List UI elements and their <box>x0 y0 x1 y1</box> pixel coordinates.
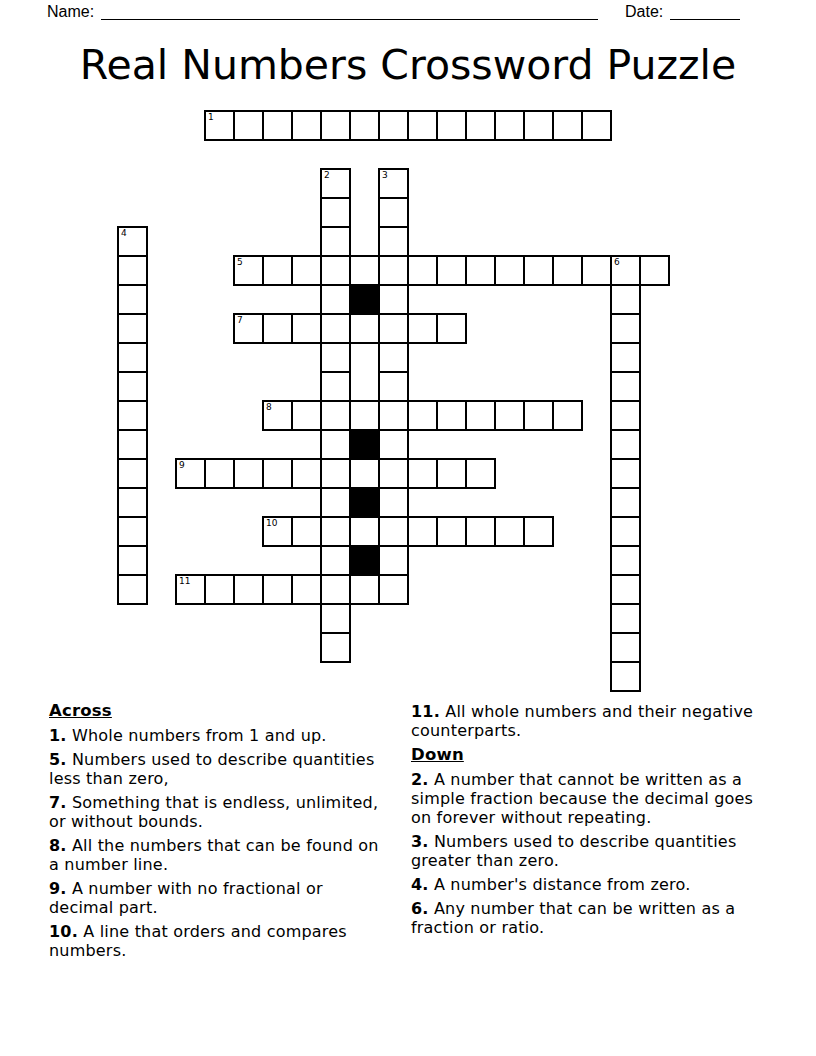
grid-cell[interactable] <box>117 458 148 489</box>
clue-across-9: 9. A number with no fractional or decima… <box>49 879 387 917</box>
grid-cell[interactable] <box>610 284 641 315</box>
grid-cell[interactable] <box>378 313 409 344</box>
grid-cell[interactable] <box>117 574 148 605</box>
grid-cell[interactable] <box>378 110 409 141</box>
grid-cell[interactable] <box>117 342 148 373</box>
clue-number: 6 <box>614 257 620 268</box>
grid-cell[interactable] <box>610 574 641 605</box>
grid-cell[interactable] <box>610 400 641 431</box>
grid-cell[interactable] <box>436 313 467 344</box>
grid-cell[interactable] <box>552 110 583 141</box>
grid-cell[interactable] <box>378 429 409 460</box>
grid-cell[interactable] <box>639 255 670 286</box>
grid-cell[interactable] <box>378 545 409 576</box>
date-label: Date: <box>625 2 663 22</box>
grid-cell[interactable]: 5 <box>233 255 264 286</box>
grid-cell[interactable] <box>378 487 409 518</box>
clue-number: 10 <box>266 518 277 529</box>
grid-cell[interactable] <box>378 197 409 228</box>
grid-cell[interactable] <box>407 458 438 489</box>
clue-down-3: 3. Numbers used to describe quantities g… <box>411 832 757 870</box>
grid-cell[interactable] <box>320 255 351 286</box>
grid-cell[interactable] <box>610 603 641 634</box>
grid-cell[interactable]: 4 <box>117 226 148 257</box>
grid-cell[interactable] <box>465 400 496 431</box>
grid-cell[interactable] <box>320 574 351 605</box>
grid-cell[interactable]: 1 <box>204 110 235 141</box>
grid-cell[interactable] <box>610 632 641 663</box>
grid-cell[interactable] <box>117 313 148 344</box>
clue-number: 5 <box>237 257 243 268</box>
grid-cell[interactable] <box>262 255 293 286</box>
grid-cell[interactable] <box>320 603 351 634</box>
grid-cell[interactable] <box>378 255 409 286</box>
grid-cell[interactable] <box>320 545 351 576</box>
grid-cell[interactable] <box>552 400 583 431</box>
clue-number: 2 <box>324 170 330 181</box>
grid-cell[interactable] <box>349 516 380 547</box>
grid-cell[interactable] <box>610 545 641 576</box>
across-clue-11-container: 11. All whole numbers and their negative… <box>411 702 757 740</box>
grid-cell[interactable] <box>320 313 351 344</box>
grid-cell[interactable] <box>320 429 351 460</box>
grid-cell[interactable]: 2 <box>320 168 351 199</box>
clue-number: 9 <box>179 460 185 471</box>
across-clue-list: 1. Whole numbers from 1 and up.5. Number… <box>49 726 387 960</box>
grid-cell[interactable] <box>581 255 612 286</box>
clue-down-2: 2. A number that cannot be written as a … <box>411 770 757 827</box>
grid-cell[interactable] <box>494 255 525 286</box>
grid-cell[interactable] <box>436 458 467 489</box>
grid-cell[interactable] <box>610 516 641 547</box>
grid-cell[interactable] <box>407 255 438 286</box>
black-cell <box>349 284 380 315</box>
clue-across-5: 5. Numbers used to describe quantities l… <box>49 750 387 788</box>
name-label: Name: <box>47 2 94 22</box>
clue-across-8: 8. All the numbers that can be found on … <box>49 836 387 874</box>
grid-cell[interactable] <box>233 574 264 605</box>
black-cell <box>349 545 380 576</box>
grid-cell[interactable] <box>291 255 322 286</box>
clue-across-7: 7. Something that is endless, unlimited,… <box>49 793 387 831</box>
grid-cell[interactable] <box>320 226 351 257</box>
grid-cell[interactable] <box>407 400 438 431</box>
clue-down-4: 4. A number's distance from zero. <box>411 875 757 894</box>
grid-cell[interactable] <box>436 400 467 431</box>
grid-cell[interactable]: 10 <box>262 516 293 547</box>
grid-cell[interactable] <box>378 226 409 257</box>
grid-cell[interactable]: 7 <box>233 313 264 344</box>
grid-cell[interactable] <box>117 255 148 286</box>
down-clue-list: 2. A number that cannot be written as a … <box>411 770 757 937</box>
clue-number: 8 <box>266 402 272 413</box>
clue-number: 11 <box>179 576 190 587</box>
grid-cell[interactable] <box>349 400 380 431</box>
across-heading: Across <box>49 701 387 720</box>
grid-cell[interactable] <box>349 574 380 605</box>
grid-cell[interactable] <box>349 313 380 344</box>
clue-across-1: 1. Whole numbers from 1 and up. <box>49 726 387 745</box>
grid-cell[interactable] <box>378 371 409 402</box>
grid-cell[interactable] <box>291 516 322 547</box>
grid-cell[interactable] <box>320 342 351 373</box>
grid-cell[interactable] <box>262 313 293 344</box>
grid-cell[interactable] <box>204 574 235 605</box>
clue-number: 1 <box>208 112 214 123</box>
name-blank[interactable] <box>101 4 598 20</box>
grid-cell[interactable] <box>117 400 148 431</box>
grid-cell[interactable]: 3 <box>378 168 409 199</box>
grid-cell[interactable] <box>320 632 351 663</box>
grid-cell[interactable] <box>436 110 467 141</box>
grid-cell[interactable] <box>233 110 264 141</box>
grid-cell[interactable] <box>291 110 322 141</box>
grid-cell[interactable] <box>465 458 496 489</box>
clue-number: 3 <box>382 170 388 181</box>
grid-cell[interactable] <box>320 284 351 315</box>
grid-cell[interactable] <box>117 284 148 315</box>
grid-cell[interactable] <box>610 429 641 460</box>
grid-cell[interactable] <box>407 516 438 547</box>
grid-cell[interactable] <box>378 342 409 373</box>
grid-cell[interactable] <box>465 255 496 286</box>
grid-cell[interactable] <box>581 110 612 141</box>
grid-cell[interactable] <box>378 284 409 315</box>
grid-cell[interactable] <box>523 400 554 431</box>
clue-across-11: 11. All whole numbers and their negative… <box>411 702 757 740</box>
grid-cell[interactable]: 11 <box>175 574 206 605</box>
clue-number: 4 <box>121 228 127 239</box>
grid-cell[interactable] <box>291 400 322 431</box>
grid-cell[interactable] <box>407 313 438 344</box>
down-heading: Down <box>411 745 757 764</box>
grid-cell[interactable] <box>117 487 148 518</box>
grid-cell[interactable] <box>117 545 148 576</box>
page-title: Real Numbers Crossword Puzzle <box>0 41 816 89</box>
grid-cell[interactable] <box>320 516 351 547</box>
grid-cell[interactable] <box>523 110 554 141</box>
clue-across-10: 10. A line that orders and compares numb… <box>49 922 387 960</box>
grid-cell[interactable] <box>117 516 148 547</box>
grid-cell[interactable]: 8 <box>262 400 293 431</box>
grid-cell[interactable] <box>378 516 409 547</box>
date-blank[interactable] <box>670 4 740 20</box>
grid-cell[interactable] <box>465 110 496 141</box>
grid-cell[interactable] <box>494 516 525 547</box>
right-clues-column: 11. All whole numbers and their negative… <box>411 702 757 942</box>
grid-cell[interactable] <box>494 400 525 431</box>
grid-cell[interactable] <box>262 574 293 605</box>
grid-cell[interactable] <box>436 255 467 286</box>
grid-cell[interactable] <box>320 110 351 141</box>
grid-cell[interactable] <box>320 400 351 431</box>
grid-cell[interactable] <box>610 371 641 402</box>
grid-cell[interactable] <box>378 458 409 489</box>
black-cell <box>349 487 380 518</box>
grid-cell[interactable] <box>610 458 641 489</box>
across-clues-column: Across 1. Whole numbers from 1 and up.5.… <box>49 701 387 965</box>
grid-cell[interactable] <box>320 371 351 402</box>
grid-cell[interactable] <box>552 255 583 286</box>
grid-cell[interactable] <box>320 458 351 489</box>
grid-cell[interactable] <box>204 458 235 489</box>
grid-cell[interactable] <box>465 516 496 547</box>
grid-cell[interactable] <box>523 516 554 547</box>
grid-cell[interactable] <box>610 342 641 373</box>
grid-cell[interactable] <box>233 458 264 489</box>
grid-cell[interactable] <box>610 661 641 692</box>
clue-number: 7 <box>237 315 243 326</box>
grid-cell[interactable] <box>407 110 438 141</box>
grid-cell[interactable] <box>262 110 293 141</box>
grid-cell[interactable] <box>349 458 380 489</box>
grid-cell[interactable] <box>610 313 641 344</box>
crossword-grid: 1234567891011 <box>117 110 670 692</box>
grid-cell[interactable] <box>117 371 148 402</box>
grid-cell[interactable]: 9 <box>175 458 206 489</box>
grid-cell[interactable] <box>378 574 409 605</box>
grid-cell[interactable] <box>291 458 322 489</box>
grid-cell[interactable] <box>262 458 293 489</box>
grid-cell[interactable] <box>523 255 554 286</box>
clue-down-6: 6. Any number that can be written as a f… <box>411 899 757 937</box>
grid-cell[interactable] <box>320 487 351 518</box>
grid-cell[interactable] <box>349 255 380 286</box>
grid-cell[interactable] <box>378 400 409 431</box>
grid-cell[interactable] <box>494 110 525 141</box>
grid-cell[interactable] <box>320 197 351 228</box>
grid-cell[interactable] <box>436 516 467 547</box>
grid-cell[interactable]: 6 <box>610 255 641 286</box>
grid-cell[interactable] <box>291 313 322 344</box>
grid-cell[interactable] <box>291 574 322 605</box>
grid-cell[interactable] <box>610 487 641 518</box>
grid-cell[interactable] <box>349 110 380 141</box>
black-cell <box>349 429 380 460</box>
grid-cell[interactable] <box>117 429 148 460</box>
